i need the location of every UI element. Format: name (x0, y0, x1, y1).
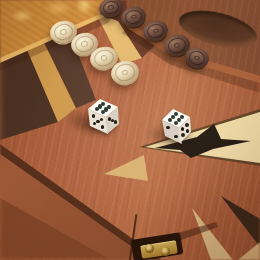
die-pip (181, 133, 185, 137)
die-pip (166, 126, 169, 129)
die-pip (181, 127, 185, 131)
die-pip (168, 118, 172, 122)
scene (0, 0, 260, 260)
right-die-front-left-face (0, 0, 260, 260)
right-die[interactable] (0, 0, 260, 260)
die-pip (174, 135, 177, 138)
die-pip (185, 123, 189, 127)
die-pip (186, 129, 190, 133)
die-pip (174, 121, 178, 125)
right-die-front-right-face (0, 0, 260, 260)
right-die-top-face (0, 0, 260, 260)
dice-layer (0, 0, 260, 260)
